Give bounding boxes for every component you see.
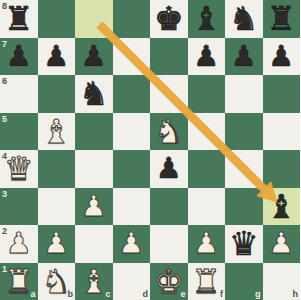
black-knight[interactable]: ♞ <box>79 75 109 113</box>
square-e8[interactable]: ♚ <box>150 0 188 38</box>
white-rook[interactable]: ♜ <box>4 263 34 300</box>
black-pawn[interactable]: ♟ <box>6 38 32 76</box>
white-pawn[interactable]: ♟ <box>268 225 294 263</box>
square-h6[interactable] <box>263 75 301 113</box>
black-pawn[interactable]: ♟ <box>193 38 219 76</box>
white-pawn[interactable]: ♟ <box>193 225 219 263</box>
file-label-g: g <box>255 290 261 299</box>
rank-label-3: 3 <box>2 190 7 199</box>
square-d1[interactable]: d <box>113 263 151 300</box>
square-a4[interactable]: 4♛ <box>0 150 38 188</box>
square-a5[interactable]: 5 <box>0 113 38 151</box>
black-bishop[interactable]: ♝ <box>266 188 296 226</box>
square-a2[interactable]: 2♟ <box>0 225 38 263</box>
black-pawn[interactable]: ♟ <box>81 38 107 76</box>
square-a6[interactable]: 6 <box>0 75 38 113</box>
square-d6[interactable] <box>113 75 151 113</box>
black-bishop[interactable]: ♝ <box>191 0 221 38</box>
square-e6[interactable] <box>150 75 188 113</box>
black-pawn[interactable]: ♟ <box>231 38 257 76</box>
square-c8[interactable] <box>75 0 113 38</box>
square-e5[interactable]: ♞ <box>150 113 188 151</box>
square-g5[interactable] <box>225 113 263 151</box>
white-knight[interactable]: ♞ <box>154 113 184 151</box>
square-d5[interactable] <box>113 113 151 151</box>
black-pawn[interactable]: ♟ <box>43 38 69 76</box>
black-rook[interactable]: ♜ <box>266 0 296 38</box>
white-knight[interactable]: ♞ <box>41 263 71 300</box>
square-d8[interactable] <box>113 0 151 38</box>
square-b2[interactable]: ♟ <box>38 225 76 263</box>
square-a7[interactable]: 7♟ <box>0 38 38 76</box>
square-e2[interactable] <box>150 225 188 263</box>
square-e7[interactable] <box>150 38 188 76</box>
square-b7[interactable]: ♟ <box>38 38 76 76</box>
square-d4[interactable] <box>113 150 151 188</box>
black-king[interactable]: ♚ <box>154 0 184 38</box>
square-d7[interactable] <box>113 38 151 76</box>
square-f7[interactable]: ♟ <box>188 38 226 76</box>
square-c7[interactable]: ♟ <box>75 38 113 76</box>
square-g4[interactable] <box>225 150 263 188</box>
square-d2[interactable]: ♟ <box>113 225 151 263</box>
square-a1[interactable]: 1a♜ <box>0 263 38 300</box>
square-f6[interactable] <box>188 75 226 113</box>
white-king[interactable]: ♚ <box>154 263 184 300</box>
square-b5[interactable]: ♝ <box>38 113 76 151</box>
square-h8[interactable]: ♜ <box>263 0 301 38</box>
black-knight[interactable]: ♞ <box>229 0 259 38</box>
square-h7[interactable]: ♟ <box>263 38 301 76</box>
square-f3[interactable] <box>188 188 226 226</box>
black-queen[interactable]: ♛ <box>229 225 259 263</box>
rank-label-6: 6 <box>2 77 7 86</box>
square-b3[interactable] <box>38 188 76 226</box>
square-b4[interactable] <box>38 150 76 188</box>
square-e4[interactable]: ♟ <box>150 150 188 188</box>
square-c2[interactable] <box>75 225 113 263</box>
square-b6[interactable] <box>38 75 76 113</box>
square-f8[interactable]: ♝ <box>188 0 226 38</box>
square-g2[interactable]: ♛ <box>225 225 263 263</box>
square-g3[interactable] <box>225 188 263 226</box>
square-b1[interactable]: b♞ <box>38 263 76 300</box>
square-g8[interactable]: ♞ <box>225 0 263 38</box>
rank-label-5: 5 <box>2 115 7 124</box>
black-pawn[interactable]: ♟ <box>156 150 182 188</box>
square-c4[interactable] <box>75 150 113 188</box>
square-a8[interactable]: 8♜ <box>0 0 38 38</box>
square-g1[interactable]: g <box>225 263 263 300</box>
square-h1[interactable]: h <box>263 263 301 300</box>
white-pawn[interactable]: ♟ <box>6 225 32 263</box>
square-g7[interactable]: ♟ <box>225 38 263 76</box>
square-c3[interactable]: ♟ <box>75 188 113 226</box>
square-h3[interactable]: ♝ <box>263 188 301 226</box>
square-e1[interactable]: e♚ <box>150 263 188 300</box>
white-bishop[interactable]: ♝ <box>79 263 109 300</box>
white-rook[interactable]: ♜ <box>191 263 221 300</box>
square-f4[interactable] <box>188 150 226 188</box>
file-label-h: h <box>293 290 299 299</box>
black-rook[interactable]: ♜ <box>4 0 34 38</box>
square-f1[interactable]: f♜ <box>188 263 226 300</box>
square-h2[interactable]: ♟ <box>263 225 301 263</box>
white-pawn[interactable]: ♟ <box>81 188 107 226</box>
square-c1[interactable]: c♝ <box>75 263 113 300</box>
square-c5[interactable] <box>75 113 113 151</box>
file-label-d: d <box>143 290 149 299</box>
square-e3[interactable] <box>150 188 188 226</box>
square-a3[interactable]: 3 <box>0 188 38 226</box>
square-b8[interactable] <box>38 0 76 38</box>
white-pawn[interactable]: ♟ <box>43 225 69 263</box>
square-d3[interactable] <box>113 188 151 226</box>
square-c6[interactable]: ♞ <box>75 75 113 113</box>
square-g6[interactable] <box>225 75 263 113</box>
white-bishop[interactable]: ♝ <box>41 113 71 151</box>
black-pawn[interactable]: ♟ <box>268 38 294 76</box>
white-pawn[interactable]: ♟ <box>118 225 144 263</box>
square-f5[interactable] <box>188 113 226 151</box>
square-h5[interactable] <box>263 113 301 151</box>
square-f2[interactable]: ♟ <box>188 225 226 263</box>
chess-board: 8♜♚♝♞♜7♟♟♟♟♟♟6♞5♝♞4♛♟3♟♝2♟♟♟♟♛♟1a♜b♞c♝de… <box>0 0 300 300</box>
square-h4[interactable] <box>263 150 301 188</box>
white-queen[interactable]: ♛ <box>4 150 34 188</box>
